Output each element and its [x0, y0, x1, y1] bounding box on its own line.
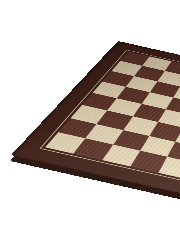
board-field	[45, 52, 180, 199]
photo-stage	[0, 0, 180, 240]
